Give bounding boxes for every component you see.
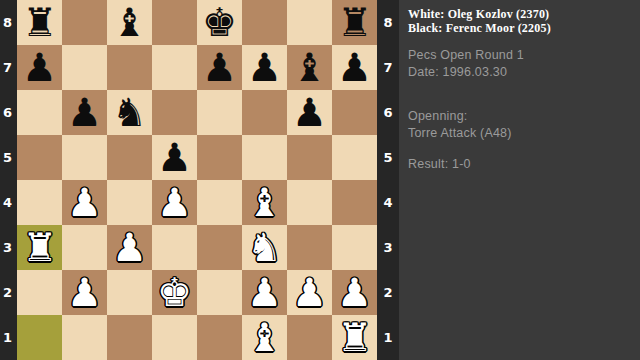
square-g5[interactable]	[287, 135, 332, 180]
rank-label-4: 4	[0, 180, 17, 225]
square-d5[interactable]: ♟	[152, 135, 197, 180]
black-rook-h8: ♜	[337, 0, 372, 45]
square-c3[interactable]: ♟	[107, 225, 152, 270]
square-g6[interactable]: ♟	[287, 90, 332, 135]
white-rook-a3: ♜	[22, 225, 57, 270]
rank-label-8: 8	[0, 0, 17, 45]
square-h4[interactable]	[332, 180, 377, 225]
white-bishop-f1: ♝	[247, 315, 282, 360]
square-b7[interactable]	[62, 45, 107, 90]
square-d3[interactable]	[152, 225, 197, 270]
white-pawn-f2: ♟	[247, 270, 282, 315]
square-c1[interactable]	[107, 315, 152, 360]
square-d2[interactable]: ♚	[152, 270, 197, 315]
square-h7[interactable]: ♟	[332, 45, 377, 90]
square-a5[interactable]	[17, 135, 62, 180]
black-player-line: Black: Ferenc Moor (2205)	[408, 21, 632, 35]
black-pawn-b6: ♟	[67, 90, 102, 135]
square-e8[interactable]: ♚	[197, 0, 242, 45]
white-bishop-f4: ♝	[247, 180, 282, 225]
square-b5[interactable]	[62, 135, 107, 180]
square-d6[interactable]	[152, 90, 197, 135]
square-e2[interactable]	[197, 270, 242, 315]
white-pawn-h2: ♟	[337, 270, 372, 315]
rank-label-1: 1	[377, 315, 399, 360]
square-d7[interactable]	[152, 45, 197, 90]
square-b1[interactable]	[62, 315, 107, 360]
square-a3[interactable]: ♜	[17, 225, 62, 270]
square-h5[interactable]	[332, 135, 377, 180]
rank-label-7: 7	[0, 45, 17, 90]
result-line: Result: 1-0	[408, 156, 632, 173]
square-e7[interactable]: ♟	[197, 45, 242, 90]
opening-label: Openning:	[408, 108, 632, 125]
white-king-d2: ♚	[157, 270, 192, 315]
square-h2[interactable]: ♟	[332, 270, 377, 315]
square-h6[interactable]	[332, 90, 377, 135]
black-bishop-g7: ♝	[292, 45, 327, 90]
square-f6[interactable]	[242, 90, 287, 135]
square-c5[interactable]	[107, 135, 152, 180]
square-a4[interactable]	[17, 180, 62, 225]
white-pawn-g2: ♟	[292, 270, 327, 315]
rank-label-5: 5	[0, 135, 17, 180]
square-f7[interactable]: ♟	[242, 45, 287, 90]
square-a1[interactable]	[17, 315, 62, 360]
info-panel: White: Oleg Kozlov (2370) Black: Ferenc …	[399, 0, 640, 360]
square-f8[interactable]	[242, 0, 287, 45]
square-h3[interactable]	[332, 225, 377, 270]
square-f4[interactable]: ♝	[242, 180, 287, 225]
rank-label-5: 5	[377, 135, 399, 180]
square-b3[interactable]	[62, 225, 107, 270]
black-rook-a8: ♜	[22, 0, 57, 45]
square-f2[interactable]: ♟	[242, 270, 287, 315]
square-a6[interactable]	[17, 90, 62, 135]
square-c2[interactable]	[107, 270, 152, 315]
square-d8[interactable]	[152, 0, 197, 45]
square-f3[interactable]: ♞	[242, 225, 287, 270]
black-knight-c6: ♞	[112, 90, 147, 135]
black-pawn-a7: ♟	[22, 45, 57, 90]
square-g2[interactable]: ♟	[287, 270, 332, 315]
square-d4[interactable]: ♟	[152, 180, 197, 225]
event-line: Pecs Open Round 1	[408, 47, 632, 64]
square-a2[interactable]	[17, 270, 62, 315]
black-bishop-c8: ♝	[112, 0, 147, 45]
square-g3[interactable]	[287, 225, 332, 270]
white-rook-h1: ♜	[337, 315, 372, 360]
square-b2[interactable]: ♟	[62, 270, 107, 315]
black-pawn-f7: ♟	[247, 45, 282, 90]
square-g4[interactable]	[287, 180, 332, 225]
rank-label-2: 2	[0, 270, 17, 315]
square-a8[interactable]: ♜	[17, 0, 62, 45]
white-pawn-c3: ♟	[112, 225, 147, 270]
white-knight-f3: ♞	[247, 225, 282, 270]
square-c4[interactable]	[107, 180, 152, 225]
square-g1[interactable]	[287, 315, 332, 360]
black-pawn-e7: ♟	[202, 45, 237, 90]
left-rank-labels: 87654321	[0, 0, 17, 360]
white-player-line: White: Oleg Kozlov (2370)	[408, 7, 632, 21]
rank-label-7: 7	[377, 45, 399, 90]
square-c7[interactable]	[107, 45, 152, 90]
date-line: Date: 1996.03.30	[408, 64, 632, 81]
square-d1[interactable]	[152, 315, 197, 360]
black-pawn-h7: ♟	[337, 45, 372, 90]
square-b8[interactable]	[62, 0, 107, 45]
square-h8[interactable]: ♜	[332, 0, 377, 45]
square-c8[interactable]: ♝	[107, 0, 152, 45]
chess-board: ♜♝♚♜♟♟♟♝♟♟♞♟♟♟♟♝♜♟♞♟♚♟♟♟♝♜	[17, 0, 377, 360]
square-e6[interactable]	[197, 90, 242, 135]
square-f1[interactable]: ♝	[242, 315, 287, 360]
square-e5[interactable]	[197, 135, 242, 180]
square-b6[interactable]: ♟	[62, 90, 107, 135]
rank-label-6: 6	[377, 90, 399, 135]
rank-label-2: 2	[377, 270, 399, 315]
square-g7[interactable]: ♝	[287, 45, 332, 90]
square-h1[interactable]: ♜	[332, 315, 377, 360]
rank-label-1: 1	[0, 315, 17, 360]
square-b4[interactable]: ♟	[62, 180, 107, 225]
square-f5[interactable]	[242, 135, 287, 180]
rank-label-8: 8	[377, 0, 399, 45]
white-pawn-b2: ♟	[67, 270, 102, 315]
white-pawn-d4: ♟	[157, 180, 192, 225]
opening-value: Torre Attack (A48)	[408, 125, 632, 142]
square-a7[interactable]: ♟	[17, 45, 62, 90]
square-g8[interactable]	[287, 0, 332, 45]
rank-label-3: 3	[0, 225, 17, 270]
square-e1[interactable]	[197, 315, 242, 360]
square-e3[interactable]	[197, 225, 242, 270]
rank-label-4: 4	[377, 180, 399, 225]
square-c6[interactable]: ♞	[107, 90, 152, 135]
black-pawn-g6: ♟	[292, 90, 327, 135]
app-window: 87654321 ♜♝♚♜♟♟♟♝♟♟♞♟♟♟♟♝♜♟♞♟♚♟♟♟♝♜ 8765…	[0, 0, 640, 360]
black-king-e8: ♚	[202, 0, 237, 45]
square-e4[interactable]	[197, 180, 242, 225]
right-rank-labels: 87654321	[377, 0, 399, 360]
rank-label-3: 3	[377, 225, 399, 270]
black-pawn-d5: ♟	[157, 135, 192, 180]
white-pawn-b4: ♟	[67, 180, 102, 225]
rank-label-6: 6	[0, 90, 17, 135]
